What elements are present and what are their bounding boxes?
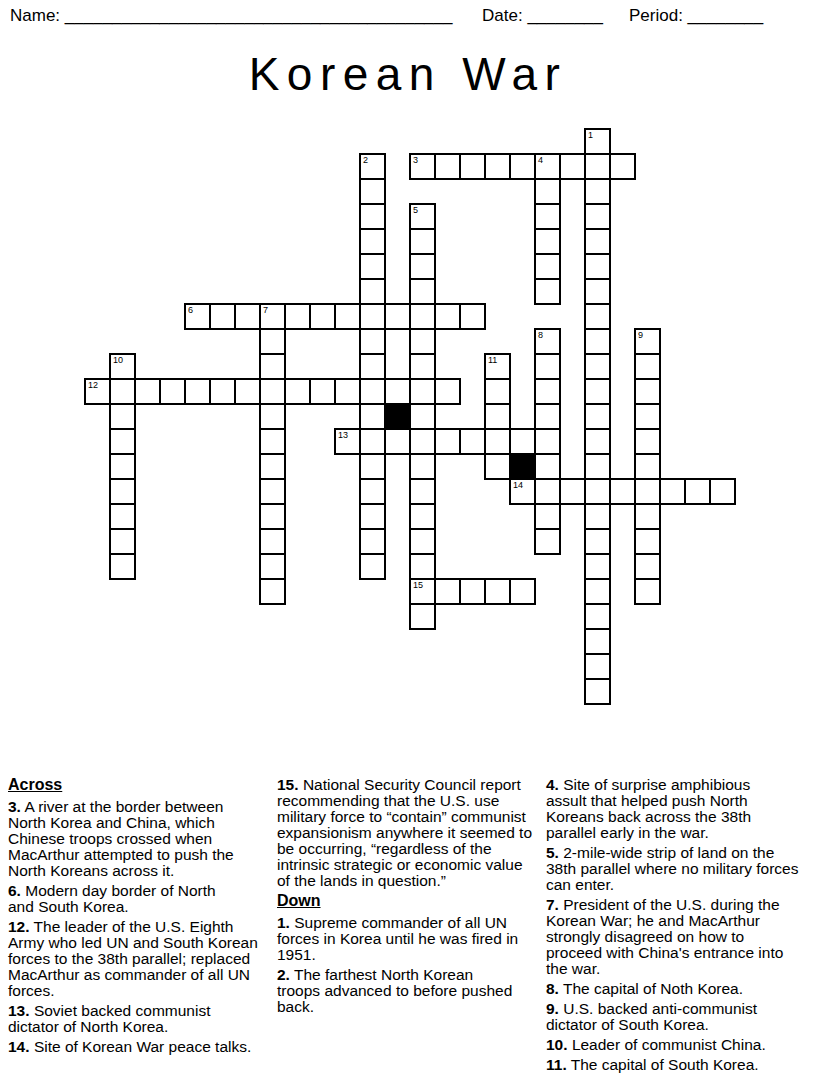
grid-cell[interactable] (584, 453, 611, 480)
cell-clue-number: 5 (413, 205, 418, 215)
grid-cell[interactable] (584, 553, 611, 580)
grid-cell[interactable] (284, 378, 311, 405)
grid-cell[interactable] (484, 578, 511, 605)
grid-cell[interactable] (359, 478, 386, 505)
clue-number-label: 6. (8, 882, 21, 899)
grid-cell[interactable] (584, 478, 611, 505)
grid-cell[interactable] (584, 203, 611, 230)
period-blank-line[interactable]: ________ (688, 6, 764, 25)
clue-text: Soviet backed communist dictator of Nort… (8, 1002, 210, 1035)
grid-cell[interactable] (409, 528, 436, 555)
grid-cell[interactable] (259, 403, 286, 430)
grid-cell[interactable] (584, 578, 611, 605)
grid-cell[interactable] (409, 603, 436, 630)
grid-cell[interactable] (584, 678, 611, 705)
clue-text: The farthest North Korean troops advance… (277, 966, 512, 1015)
grid-cell[interactable] (409, 478, 436, 505)
grid-cell[interactable] (609, 153, 636, 180)
grid-cell[interactable]: 12 (84, 378, 111, 405)
grid-cell[interactable] (434, 578, 461, 605)
clue-text: Site of Korean War peace talks. (34, 1038, 251, 1055)
grid-cell[interactable]: 8 (534, 328, 561, 355)
clues-column-2: 15. National Security Council report rec… (277, 777, 539, 1019)
clue-text: 2-mile-wide strip of land on the 38th pa… (546, 844, 798, 893)
grid-cell[interactable] (184, 378, 211, 405)
grid-cell[interactable]: 7 (259, 303, 286, 330)
grid-cell[interactable] (209, 303, 236, 330)
grid-cell[interactable] (409, 303, 436, 330)
grid-cell[interactable] (584, 628, 611, 655)
grid-cell[interactable] (409, 553, 436, 580)
clue-down-1: 1. Supreme commander of all UN forces in… (277, 915, 539, 963)
across-header: Across (8, 777, 270, 793)
grid-cell[interactable] (534, 403, 561, 430)
grid-cell[interactable] (259, 353, 286, 380)
grid-cell[interactable] (584, 303, 611, 330)
grid-cell[interactable] (584, 228, 611, 255)
clue-number-label: 12. (8, 918, 30, 935)
grid-cell[interactable] (534, 428, 561, 455)
grid-cell[interactable] (109, 428, 136, 455)
grid-cell[interactable] (359, 178, 386, 205)
cell-clue-number: 9 (638, 330, 643, 340)
clue-text: A river at the border between North Kore… (8, 798, 234, 879)
grid-cell[interactable] (359, 278, 386, 305)
grid-cell[interactable] (409, 253, 436, 280)
grid-cell[interactable] (584, 503, 611, 530)
grid-cell[interactable] (584, 653, 611, 680)
grid-cell[interactable] (484, 153, 511, 180)
cell-clue-number: 1 (588, 130, 593, 140)
grid-cell[interactable] (309, 378, 336, 405)
cell-clue-number: 8 (538, 330, 543, 340)
grid-cell[interactable] (634, 578, 661, 605)
cell-clue-number: 4 (538, 155, 543, 165)
cell-clue-number: 15 (413, 580, 423, 590)
date-blank-line[interactable]: ________ (527, 6, 603, 25)
clues-column-1: Across 3. A river at the border between … (8, 777, 270, 1059)
grid-cell[interactable] (109, 403, 136, 430)
clue-down-8: 8. The capital of Noth Korea. (546, 981, 812, 997)
black-cell (384, 403, 411, 430)
clue-down-9: 9. U.S. backed anti-communist dictator o… (546, 1001, 812, 1033)
clue-text: National Security Council report recomme… (277, 776, 532, 889)
grid-cell[interactable] (509, 153, 536, 180)
grid-cell[interactable] (634, 378, 661, 405)
clue-down-10: 10. Leader of communist China. (546, 1037, 812, 1053)
grid-cell[interactable] (534, 353, 561, 380)
grid-cell[interactable] (434, 303, 461, 330)
grid-cell[interactable] (659, 478, 686, 505)
grid-cell[interactable]: 15 (409, 578, 436, 605)
clue-down-2: 2. The farthest North Korean troops adva… (277, 967, 539, 1015)
puzzle-title: Korean War (0, 47, 816, 101)
grid-cell[interactable] (259, 503, 286, 530)
grid-cell[interactable]: 3 (409, 153, 436, 180)
grid-cell[interactable] (434, 153, 461, 180)
clue-number-label: 14. (8, 1038, 30, 1055)
name-label: Name: (10, 6, 60, 25)
clue-number-label: 2. (277, 966, 290, 983)
down-header: Down (277, 893, 539, 909)
grid-cell[interactable] (409, 328, 436, 355)
black-cell (509, 453, 536, 480)
grid-cell[interactable]: 6 (184, 303, 211, 330)
clue-across-14: 14. Site of Korean War peace talks. (8, 1039, 270, 1055)
grid-cell[interactable] (359, 378, 386, 405)
grid-cell[interactable] (534, 253, 561, 280)
grid-cell[interactable]: 2 (359, 153, 386, 180)
grid-cell[interactable] (309, 303, 336, 330)
grid-cell[interactable] (434, 428, 461, 455)
grid-cell[interactable] (584, 328, 611, 355)
grid-cell[interactable] (359, 553, 386, 580)
grid-cell[interactable] (584, 278, 611, 305)
grid-cell[interactable] (384, 303, 411, 330)
clue-across-3: 3. A river at the border between North K… (8, 799, 270, 879)
grid-cell[interactable]: 14 (509, 478, 536, 505)
grid-cell[interactable] (709, 478, 736, 505)
clue-text: Supreme commander of all UN forces in Ko… (277, 914, 518, 963)
grid-cell[interactable] (459, 578, 486, 605)
worksheet-page: Name: __________________________________… (0, 0, 816, 1083)
grid-cell[interactable] (559, 478, 586, 505)
clue-down-4: 4. Site of surprise amphibious assult th… (546, 777, 812, 841)
grid-cell[interactable] (534, 203, 561, 230)
grid-cell[interactable] (259, 528, 286, 555)
cell-clue-number: 11 (488, 355, 497, 365)
date-field: Date: ________ (482, 6, 603, 26)
grid-cell[interactable] (334, 303, 361, 330)
grid-cell[interactable] (634, 453, 661, 480)
clue-number-label: 13. (8, 1002, 30, 1019)
grid-cell[interactable] (109, 503, 136, 530)
grid-cell[interactable] (259, 378, 286, 405)
clues-column-3: 4. Site of surprise amphibious assult th… (546, 777, 812, 1077)
grid-cell[interactable] (534, 503, 561, 530)
clue-down-5: 5. 2-mile-wide strip of land on the 38th… (546, 845, 812, 893)
grid-cell[interactable] (584, 528, 611, 555)
cell-clue-number: 12 (88, 380, 98, 390)
clue-number-label: 5. (546, 844, 559, 861)
grid-cell[interactable] (359, 228, 386, 255)
cell-clue-number: 14 (513, 480, 523, 490)
clue-across-12: 12. The leader of the U.S. Eighth Army w… (8, 919, 270, 999)
grid-cell[interactable] (109, 478, 136, 505)
clue-number-label: 4. (546, 776, 559, 793)
name-field: Name: __________________________________… (10, 6, 452, 26)
grid-cell[interactable] (359, 203, 386, 230)
grid-cell[interactable] (359, 353, 386, 380)
grid-cell[interactable] (634, 503, 661, 530)
grid-cell[interactable] (409, 428, 436, 455)
grid-cell[interactable] (109, 378, 136, 405)
grid-cell[interactable] (634, 353, 661, 380)
grid-cell[interactable] (534, 228, 561, 255)
grid-cell[interactable] (609, 478, 636, 505)
grid-cell[interactable] (409, 403, 436, 430)
grid-cell[interactable] (584, 603, 611, 630)
grid-cell[interactable] (409, 278, 436, 305)
crossword-grid: 123456789101112131415 (84, 128, 736, 705)
grid-cell[interactable] (409, 228, 436, 255)
grid-cell[interactable] (484, 378, 511, 405)
grid-cell[interactable] (534, 478, 561, 505)
period-field: Period: ________ (629, 6, 763, 26)
grid-cell[interactable] (584, 178, 611, 205)
clue-text: U.S. backed anti-communist dictator of S… (546, 1000, 757, 1033)
clue-text: The capital of Noth Korea. (563, 980, 743, 997)
cell-clue-number: 10 (113, 355, 123, 365)
grid-cell[interactable] (634, 478, 661, 505)
grid-cell[interactable] (484, 428, 511, 455)
grid-cell[interactable] (259, 578, 286, 605)
grid-cell[interactable] (409, 503, 436, 530)
grid-cell[interactable] (684, 478, 711, 505)
grid-cell[interactable] (634, 553, 661, 580)
clue-across-15: 15. National Security Council report rec… (277, 777, 539, 889)
clue-across-13: 13. Soviet backed communist dictator of … (8, 1003, 270, 1035)
grid-cell[interactable] (409, 378, 436, 405)
clue-number-label: 8. (546, 980, 559, 997)
grid-cell[interactable] (359, 503, 386, 530)
grid-cell[interactable] (384, 378, 411, 405)
clue-down-7: 7. President of the U.S. during the Kore… (546, 897, 812, 977)
grid-cell[interactable] (634, 403, 661, 430)
grid-cell[interactable] (459, 153, 486, 180)
grid-cell[interactable] (359, 328, 386, 355)
grid-cell[interactable]: 11 (484, 353, 511, 380)
clue-number-label: 3. (8, 798, 21, 815)
grid-cell[interactable] (459, 303, 486, 330)
grid-cell[interactable] (359, 253, 386, 280)
clue-number-label: 9. (546, 1000, 559, 1017)
clue-text: Leader of communist China. (572, 1036, 766, 1053)
grid-cell[interactable] (459, 428, 486, 455)
grid-cell[interactable] (159, 378, 186, 405)
grid-cell[interactable] (634, 528, 661, 555)
grid-cell[interactable] (359, 403, 386, 430)
grid-cell[interactable] (584, 428, 611, 455)
cell-clue-number: 7 (263, 305, 268, 315)
date-label: Date: (482, 6, 523, 25)
grid-cell[interactable] (384, 428, 411, 455)
grid-cell[interactable] (534, 278, 561, 305)
grid-cell[interactable] (134, 378, 161, 405)
clue-text: Site of surprise amphibious assult that … (546, 776, 751, 841)
grid-cell[interactable] (534, 453, 561, 480)
grid-cell[interactable]: 4 (534, 153, 561, 180)
grid-cell[interactable] (484, 403, 511, 430)
grid-cell[interactable]: 5 (409, 203, 436, 230)
period-label: Period: (629, 6, 683, 25)
grid-cell[interactable] (359, 528, 386, 555)
cell-clue-number: 3 (413, 155, 418, 165)
grid-cell[interactable] (234, 378, 261, 405)
clue-text: The leader of the U.S. Eighth Army who l… (8, 918, 258, 999)
grid-cell[interactable] (109, 528, 136, 555)
clue-across-6: 6. Modern day border of North and South … (8, 883, 270, 915)
grid-cell[interactable] (259, 428, 286, 455)
clue-text: President of the U.S. during the Korean … (546, 896, 783, 977)
grid-cell[interactable] (259, 328, 286, 355)
grid-cell[interactable]: 13 (334, 428, 361, 455)
grid-cell[interactable] (584, 153, 611, 180)
grid-cell[interactable] (359, 303, 386, 330)
grid-cell[interactable] (484, 453, 511, 480)
grid-cell[interactable] (109, 453, 136, 480)
grid-cell[interactable] (234, 303, 261, 330)
grid-cell[interactable] (109, 553, 136, 580)
clue-down-11: 11. The capital of South Korea. (546, 1057, 812, 1073)
grid-cell[interactable] (534, 528, 561, 555)
grid-cell[interactable]: 9 (634, 328, 661, 355)
grid-cell[interactable] (559, 153, 586, 180)
clue-number-label: 11. (546, 1056, 567, 1073)
grid-cell[interactable] (584, 378, 611, 405)
clue-number-label: 7. (546, 896, 559, 913)
clue-text: The capital of South Korea. (571, 1056, 759, 1073)
cell-clue-number: 2 (363, 155, 368, 165)
clue-number-label: 1. (277, 914, 290, 931)
grid-cell[interactable] (509, 578, 536, 605)
grid-cell[interactable] (359, 428, 386, 455)
grid-cell[interactable] (359, 453, 386, 480)
cell-clue-number: 6 (188, 305, 193, 315)
grid-cell[interactable] (534, 178, 561, 205)
grid-cell[interactable] (409, 453, 436, 480)
grid-cell[interactable] (334, 378, 361, 405)
grid-cell[interactable] (259, 478, 286, 505)
grid-cell[interactable] (409, 353, 436, 380)
clue-text: Modern day border of North and South Kor… (8, 882, 216, 915)
clue-number-label: 10. (546, 1036, 568, 1053)
grid-cell[interactable] (434, 378, 461, 405)
grid-cell[interactable] (584, 353, 611, 380)
grid-cell[interactable] (259, 453, 286, 480)
grid-cell[interactable]: 1 (584, 128, 611, 155)
grid-cell[interactable] (584, 403, 611, 430)
grid-cell[interactable] (209, 378, 236, 405)
grid-cell[interactable] (509, 428, 536, 455)
grid-cell[interactable] (284, 303, 311, 330)
grid-cell[interactable] (584, 253, 611, 280)
cell-clue-number: 13 (338, 430, 348, 440)
name-blank-line[interactable]: ________________________________________… (65, 6, 453, 25)
grid-cell[interactable]: 10 (109, 353, 136, 380)
grid-cell[interactable] (634, 428, 661, 455)
grid-cell[interactable] (534, 378, 561, 405)
grid-cell[interactable] (259, 553, 286, 580)
clue-number-label: 15. (277, 776, 299, 793)
